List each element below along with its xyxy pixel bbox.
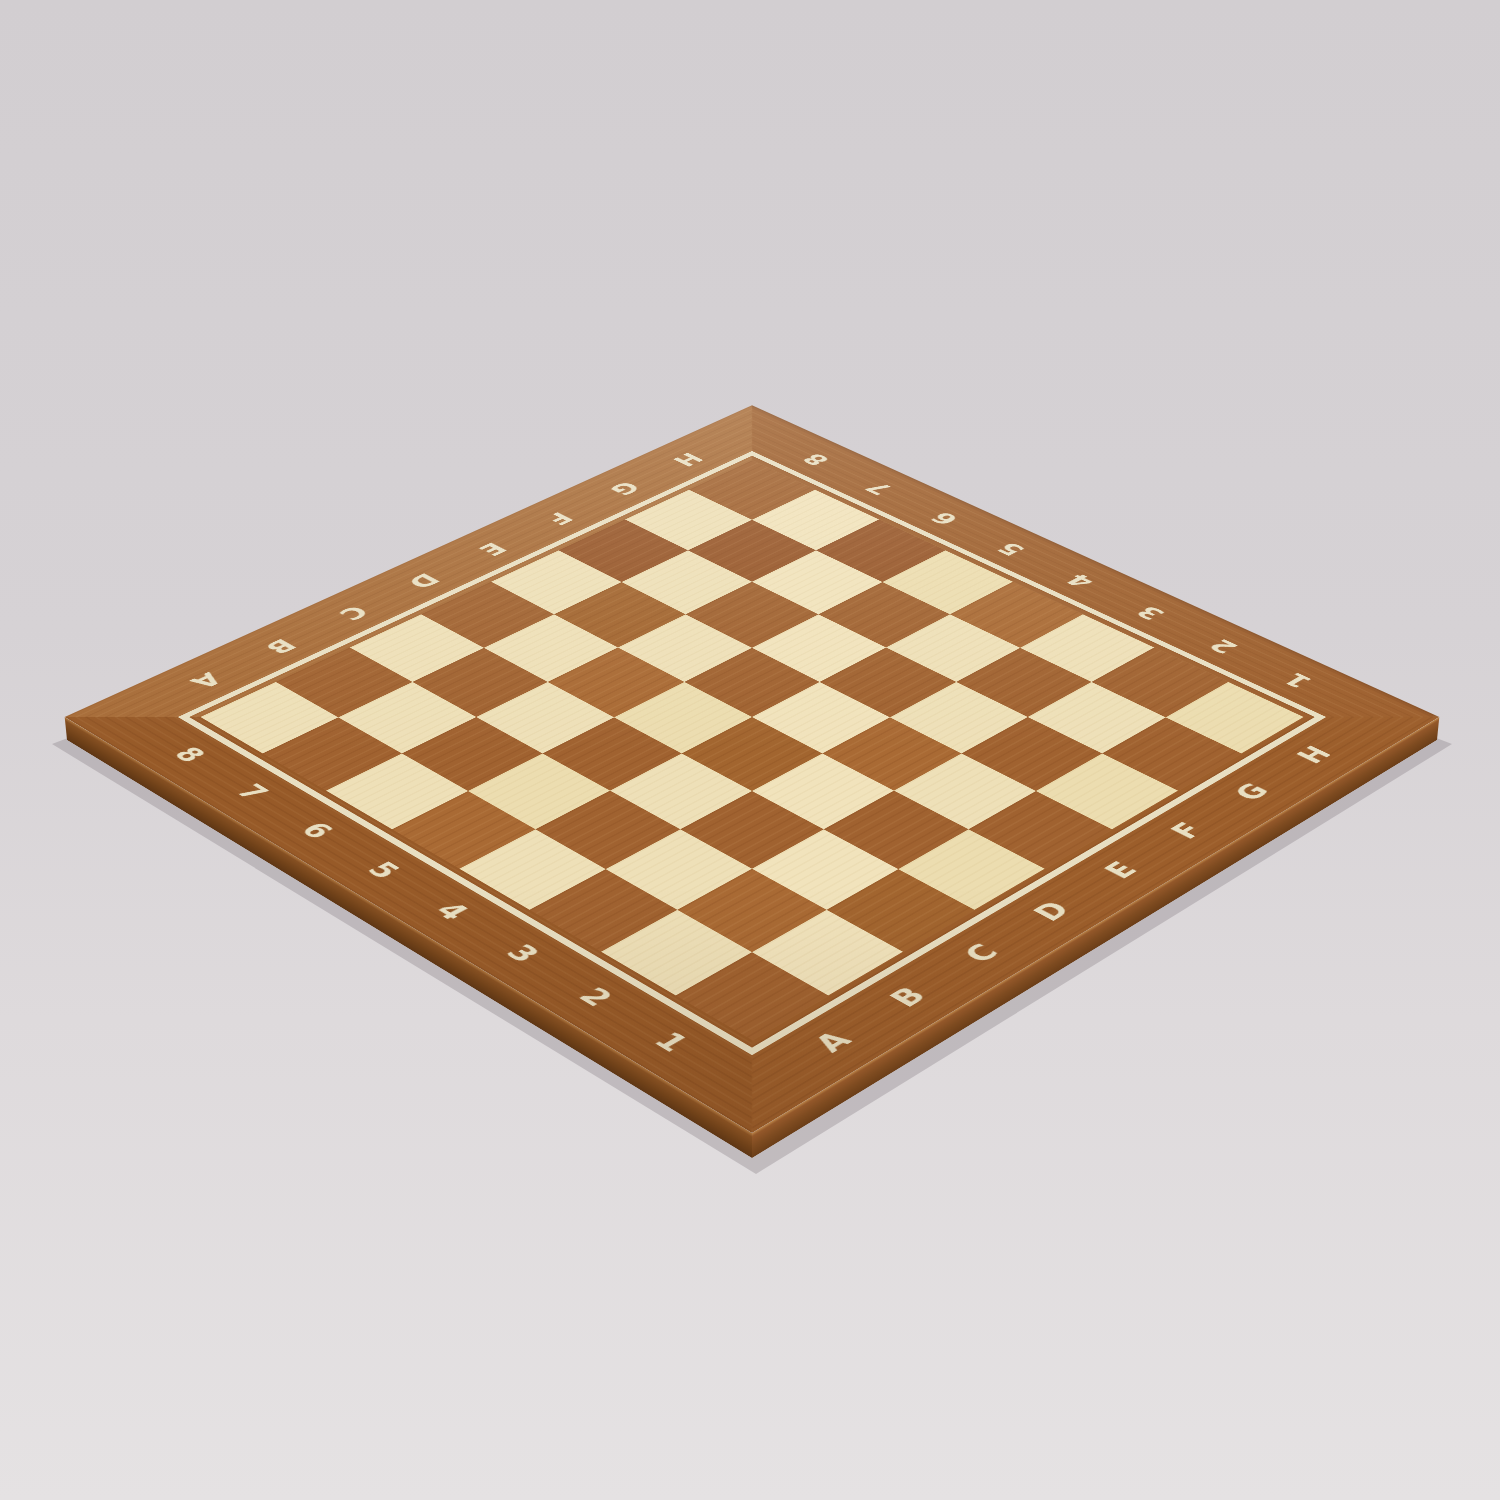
square-b1[interactable] (752, 910, 903, 996)
coord-glyph: C (334, 603, 373, 623)
board-surface: HGFEDCBA HGFEDCBA 87654321 87654321 (65, 405, 1440, 1133)
square-d3[interactable] (752, 753, 894, 829)
coord-glyph: 1 (648, 1028, 694, 1055)
square-a2[interactable] (601, 910, 752, 996)
coord-glyph: 4 (430, 899, 474, 924)
square-b5[interactable] (468, 753, 610, 829)
coord-glyph: B (261, 636, 302, 657)
square-d1[interactable] (898, 829, 1044, 910)
coord-glyph: F (541, 510, 578, 528)
coord-glyph: 7 (861, 480, 898, 497)
square-e2[interactable] (894, 753, 1036, 829)
studio-background: HGFEDCBA HGFEDCBA 87654321 87654321 (0, 0, 1500, 1500)
square-e3[interactable] (822, 717, 962, 791)
square-d4[interactable] (682, 717, 822, 791)
square-a5[interactable] (392, 791, 536, 869)
squares-grid (200, 460, 1303, 1040)
coord-glyph: 6 (295, 819, 338, 842)
coord-glyph: D (403, 571, 444, 591)
coord-glyph: H (668, 450, 708, 468)
coord-glyph: 5 (362, 858, 406, 882)
coord-glyph: A (808, 1028, 856, 1056)
coord-glyph: E (474, 540, 511, 558)
coord-glyph: H (1292, 743, 1337, 767)
square-b6[interactable] (402, 717, 542, 791)
square-e1[interactable] (968, 791, 1112, 869)
coord-glyph: 3 (1131, 603, 1169, 622)
coord-glyph: B (884, 983, 931, 1010)
square-b4[interactable] (536, 791, 680, 869)
square-d2[interactable] (824, 791, 968, 869)
coord-glyph: 2 (1204, 636, 1243, 656)
coord-glyph: 7 (231, 781, 274, 803)
square-c2[interactable] (752, 829, 898, 910)
square-b3[interactable] (606, 829, 752, 910)
square-g1[interactable] (1102, 717, 1242, 791)
coord-glyph: 1 (1278, 670, 1317, 691)
coord-glyph: G (605, 479, 645, 498)
coord-glyph: 4 (1061, 571, 1099, 590)
coord-glyph: 8 (169, 744, 211, 766)
coord-glyph: 2 (573, 984, 619, 1010)
coord-glyph: D (1028, 898, 1076, 925)
square-a1[interactable] (675, 952, 828, 1040)
coord-glyph: 6 (926, 510, 963, 528)
square-a4[interactable] (459, 829, 605, 910)
coordinate-rail-numbers-near: 87654321 (124, 720, 746, 1086)
coord-glyph: G (1229, 780, 1275, 804)
square-c1[interactable] (826, 869, 975, 952)
coord-glyph: 8 (798, 451, 834, 468)
square-a6[interactable] (326, 753, 468, 829)
coord-glyph: F (1165, 819, 1208, 842)
square-a7[interactable] (262, 717, 402, 791)
square-f2[interactable] (962, 717, 1102, 791)
square-c4[interactable] (610, 753, 752, 829)
chessboard: HGFEDCBA HGFEDCBA 87654321 87654321 (65, 405, 1440, 1133)
square-a3[interactable] (529, 869, 678, 952)
square-c3[interactable] (680, 791, 824, 869)
coord-glyph: 3 (501, 941, 546, 966)
coordinate-rail-letters-near: HGFEDCBA (758, 720, 1380, 1086)
coord-glyph: 5 (992, 540, 1030, 558)
coord-glyph: C (958, 940, 1004, 966)
coord-glyph: E (1099, 858, 1143, 882)
square-f1[interactable] (1036, 753, 1178, 829)
coord-glyph: A (186, 670, 227, 691)
square-b2[interactable] (678, 869, 827, 952)
square-c5[interactable] (542, 717, 682, 791)
